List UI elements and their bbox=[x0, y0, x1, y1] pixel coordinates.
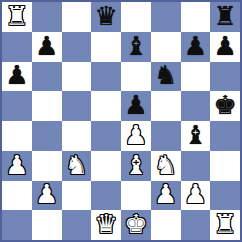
square-a2[interactable] bbox=[2, 181, 32, 211]
square-f3[interactable]: ♞ bbox=[151, 151, 181, 181]
black-rook[interactable]: ♜ bbox=[213, 3, 236, 29]
square-b1[interactable] bbox=[32, 210, 62, 240]
square-h3[interactable] bbox=[210, 151, 240, 181]
square-d7[interactable] bbox=[91, 32, 121, 62]
square-e3[interactable]: ♝ bbox=[121, 151, 151, 181]
square-g1[interactable] bbox=[181, 210, 211, 240]
square-f4[interactable] bbox=[151, 121, 181, 151]
white-pawn[interactable]: ♟ bbox=[35, 181, 58, 207]
square-g7[interactable]: ♟ bbox=[181, 32, 211, 62]
square-d6[interactable] bbox=[91, 62, 121, 92]
black-queen[interactable]: ♛ bbox=[94, 3, 117, 29]
square-g4[interactable]: ♝ bbox=[181, 121, 211, 151]
square-h1[interactable]: ♜ bbox=[210, 210, 240, 240]
square-d8[interactable]: ♛ bbox=[91, 2, 121, 32]
square-c6[interactable] bbox=[62, 62, 92, 92]
white-queen[interactable]: ♛ bbox=[94, 211, 117, 237]
black-knight[interactable]: ♞ bbox=[154, 62, 177, 88]
square-b8[interactable] bbox=[32, 2, 62, 32]
square-h8[interactable]: ♜ bbox=[210, 2, 240, 32]
square-e2[interactable] bbox=[121, 181, 151, 211]
white-rook[interactable]: ♜ bbox=[5, 3, 28, 29]
black-pawn[interactable]: ♟ bbox=[184, 33, 207, 59]
square-d3[interactable] bbox=[91, 151, 121, 181]
square-h4[interactable] bbox=[210, 121, 240, 151]
square-c8[interactable] bbox=[62, 2, 92, 32]
white-king[interactable]: ♚ bbox=[124, 211, 147, 237]
square-e8[interactable] bbox=[121, 2, 151, 32]
white-pawn[interactable]: ♟ bbox=[124, 122, 147, 148]
white-pawn[interactable]: ♟ bbox=[5, 152, 28, 178]
square-e6[interactable] bbox=[121, 62, 151, 92]
square-b3[interactable] bbox=[32, 151, 62, 181]
square-a5[interactable] bbox=[2, 91, 32, 121]
black-king[interactable]: ♚ bbox=[213, 92, 236, 118]
white-pawn[interactable]: ♟ bbox=[154, 181, 177, 207]
square-f6[interactable]: ♞ bbox=[151, 62, 181, 92]
square-h2[interactable] bbox=[210, 181, 240, 211]
black-pawn[interactable]: ♟ bbox=[35, 33, 58, 59]
square-a7[interactable] bbox=[2, 32, 32, 62]
square-d2[interactable] bbox=[91, 181, 121, 211]
square-c7[interactable] bbox=[62, 32, 92, 62]
white-knight[interactable]: ♞ bbox=[154, 152, 177, 178]
black-pawn[interactable]: ♟ bbox=[5, 62, 28, 88]
square-c3[interactable]: ♞ bbox=[62, 151, 92, 181]
black-bishop[interactable]: ♝ bbox=[184, 122, 207, 148]
square-b2[interactable]: ♟ bbox=[32, 181, 62, 211]
square-f7[interactable] bbox=[151, 32, 181, 62]
square-a8[interactable]: ♜ bbox=[2, 2, 32, 32]
square-b6[interactable] bbox=[32, 62, 62, 92]
square-f8[interactable] bbox=[151, 2, 181, 32]
square-c2[interactable] bbox=[62, 181, 92, 211]
square-g8[interactable] bbox=[181, 2, 211, 32]
square-e4[interactable]: ♟ bbox=[121, 121, 151, 151]
square-g2[interactable]: ♟ bbox=[181, 181, 211, 211]
square-g5[interactable] bbox=[181, 91, 211, 121]
square-c1[interactable] bbox=[62, 210, 92, 240]
square-c5[interactable] bbox=[62, 91, 92, 121]
white-pawn[interactable]: ♟ bbox=[184, 181, 207, 207]
square-h5[interactable]: ♚ bbox=[210, 91, 240, 121]
white-knight[interactable]: ♞ bbox=[65, 152, 88, 178]
square-e7[interactable]: ♝ bbox=[121, 32, 151, 62]
square-b7[interactable]: ♟ bbox=[32, 32, 62, 62]
square-a3[interactable]: ♟ bbox=[2, 151, 32, 181]
square-d5[interactable] bbox=[91, 91, 121, 121]
black-pawn[interactable]: ♟ bbox=[213, 33, 236, 59]
square-g6[interactable] bbox=[181, 62, 211, 92]
square-a6[interactable]: ♟ bbox=[2, 62, 32, 92]
black-bishop[interactable]: ♝ bbox=[124, 33, 147, 59]
square-h6[interactable] bbox=[210, 62, 240, 92]
white-bishop[interactable]: ♝ bbox=[124, 152, 147, 178]
square-c4[interactable] bbox=[62, 121, 92, 151]
square-b5[interactable] bbox=[32, 91, 62, 121]
chess-board: ♜♛♜♟♝♟♟♟♞♟♚♟♝♟♞♝♞♟♟♟♛♚♜ bbox=[0, 0, 242, 242]
square-d4[interactable] bbox=[91, 121, 121, 151]
square-f5[interactable] bbox=[151, 91, 181, 121]
white-rook[interactable]: ♜ bbox=[213, 211, 236, 237]
square-h7[interactable]: ♟ bbox=[210, 32, 240, 62]
square-f1[interactable] bbox=[151, 210, 181, 240]
square-e5[interactable]: ♟ bbox=[121, 91, 151, 121]
square-d1[interactable]: ♛ bbox=[91, 210, 121, 240]
square-f2[interactable]: ♟ bbox=[151, 181, 181, 211]
square-e1[interactable]: ♚ bbox=[121, 210, 151, 240]
square-a4[interactable] bbox=[2, 121, 32, 151]
square-a1[interactable] bbox=[2, 210, 32, 240]
black-pawn[interactable]: ♟ bbox=[124, 92, 147, 118]
square-g3[interactable] bbox=[181, 151, 211, 181]
square-b4[interactable] bbox=[32, 121, 62, 151]
